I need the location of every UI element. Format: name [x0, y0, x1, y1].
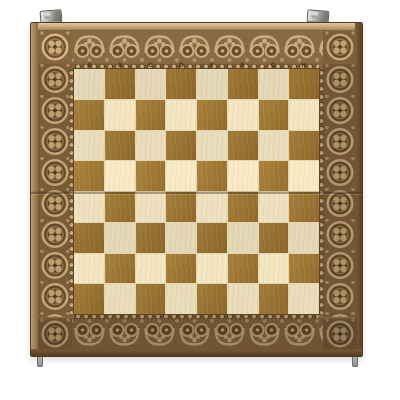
square-c1: [136, 284, 166, 314]
square-g5: [259, 161, 289, 191]
square-b8: [105, 69, 135, 99]
square-f7: [228, 100, 258, 130]
square-g6: [259, 131, 289, 161]
square-f1: [228, 284, 258, 314]
top-wood-edge: [31, 23, 362, 30]
hinge-knob: [311, 13, 318, 18]
square-c2: [136, 254, 166, 284]
file-label: E: [197, 61, 228, 69]
file-label: F: [227, 61, 258, 69]
square-d6: [166, 131, 196, 161]
square-a5: [74, 161, 104, 191]
square-a1: [74, 284, 104, 314]
square-c4: [136, 192, 166, 222]
product-photo: ABCDEFGH: [0, 0, 400, 400]
file-label: G: [258, 61, 289, 69]
file-label: C: [135, 61, 166, 69]
square-f3: [228, 223, 258, 253]
corner-carving: [38, 317, 72, 351]
square-b6: [105, 131, 135, 161]
square-c3: [136, 223, 166, 253]
fold-seam: [31, 191, 362, 195]
square-f4: [228, 192, 258, 222]
square-e7: [197, 100, 227, 130]
square-c8: [136, 69, 166, 99]
square-e3: [197, 223, 227, 253]
square-b3: [105, 223, 135, 253]
square-h7: [289, 100, 319, 130]
square-e5: [197, 161, 227, 191]
square-f8: [228, 69, 258, 99]
square-c6: [136, 131, 166, 161]
square-e8: [197, 69, 227, 99]
file-labels: ABCDEFGH: [74, 61, 319, 69]
bottom-carved-border: [72, 317, 323, 351]
square-g8: [259, 69, 289, 99]
file-label: B: [105, 61, 136, 69]
square-h3: [289, 223, 319, 253]
square-b2: [105, 254, 135, 284]
square-g4: [259, 192, 289, 222]
corner-carving: [323, 317, 357, 351]
square-a8: [74, 69, 104, 99]
square-h5: [289, 161, 319, 191]
square-a2: [74, 254, 104, 284]
square-f5: [228, 161, 258, 191]
square-d2: [166, 254, 196, 284]
chess-box: ABCDEFGH: [30, 22, 363, 357]
square-e4: [197, 192, 227, 222]
square-g7: [259, 100, 289, 130]
hinge-knob: [44, 13, 51, 19]
square-h6: [289, 131, 319, 161]
square-a4: [74, 192, 104, 222]
file-label: D: [166, 61, 197, 69]
square-a3: [74, 223, 104, 253]
square-d8: [166, 69, 196, 99]
corner-carving: [38, 30, 72, 64]
square-g3: [259, 223, 289, 253]
square-g2: [259, 254, 289, 284]
square-c7: [136, 100, 166, 130]
square-d4: [166, 192, 196, 222]
square-f6: [228, 131, 258, 161]
bottom-bead-row: [74, 314, 319, 319]
square-a6: [74, 131, 104, 161]
square-h4: [289, 192, 319, 222]
square-d7: [166, 100, 196, 130]
file-label: H: [288, 61, 319, 69]
square-h1: [289, 284, 319, 314]
square-a7: [74, 100, 104, 130]
square-d1: [166, 284, 196, 314]
top-carved-border: [72, 30, 323, 64]
square-b4: [105, 192, 135, 222]
square-b7: [105, 100, 135, 130]
square-g1: [259, 284, 289, 314]
square-e2: [197, 254, 227, 284]
square-b5: [105, 161, 135, 191]
file-label: A: [74, 61, 105, 69]
square-b1: [105, 284, 135, 314]
square-d3: [166, 223, 196, 253]
left-wood-edge: [31, 23, 38, 356]
square-d5: [166, 161, 196, 191]
square-h8: [289, 69, 319, 99]
corner-carving: [323, 30, 357, 64]
square-e6: [197, 131, 227, 161]
square-e1: [197, 284, 227, 314]
square-c5: [136, 161, 166, 191]
square-f2: [228, 254, 258, 284]
square-h2: [289, 254, 319, 284]
